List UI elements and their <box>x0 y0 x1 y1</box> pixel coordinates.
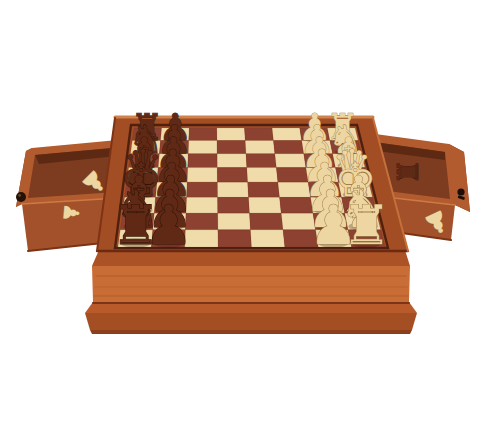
board-square-r5c4 <box>249 197 282 213</box>
board-square-r0c3 <box>217 128 245 141</box>
chess-set-product-photo: ♟♟♝♜♟♜♟♟♜♞♟♟♞♝♟♟♝♛♟♟♛♚♟♟♚♝♟♟♝♞♟♟♞♜♟♟♜ <box>0 0 500 434</box>
board-square-r4c4 <box>248 182 280 197</box>
drawer-piece-light-pawn: ♟ <box>58 202 84 223</box>
board-square-r0c4 <box>245 128 274 141</box>
base-bottom-edge <box>90 330 412 334</box>
board-square-r4c3 <box>217 182 248 197</box>
board-square-r1c3 <box>217 141 246 154</box>
base-foot <box>85 313 417 330</box>
chess-scene: ♟♟♝♜♟♜♟♟♜♞♟♟♞♝♟♟♝♛♟♟♛♚♟♟♚♝♟♟♝♞♟♟♞♜♟♟♜ <box>0 0 500 434</box>
board-square-r7c3 <box>218 230 252 247</box>
board-square-r6c3 <box>218 213 251 230</box>
right-drawer-latch[interactable] <box>457 188 464 195</box>
board-square-r2c3 <box>217 154 247 168</box>
board-square-r0c2 <box>189 128 217 141</box>
knob-highlight <box>18 194 21 197</box>
piece-light-rook: ♜ <box>342 193 391 257</box>
board-square-r5c3 <box>218 197 250 213</box>
board-square-r3c4 <box>247 168 278 183</box>
drawer-piece-dark-rook: ♜ <box>391 159 425 185</box>
board-square-r7c4 <box>250 230 284 247</box>
base-box <box>85 250 417 334</box>
board-square-r2c4 <box>246 154 276 168</box>
board-square-r6c4 <box>250 213 284 230</box>
board-square-r1c4 <box>245 141 275 154</box>
board-square-r1c2 <box>188 141 217 154</box>
left-drawer-knob[interactable] <box>16 192 26 202</box>
piece-dark-pawn: ♟ <box>144 193 193 257</box>
board-square-r3c3 <box>217 168 247 183</box>
